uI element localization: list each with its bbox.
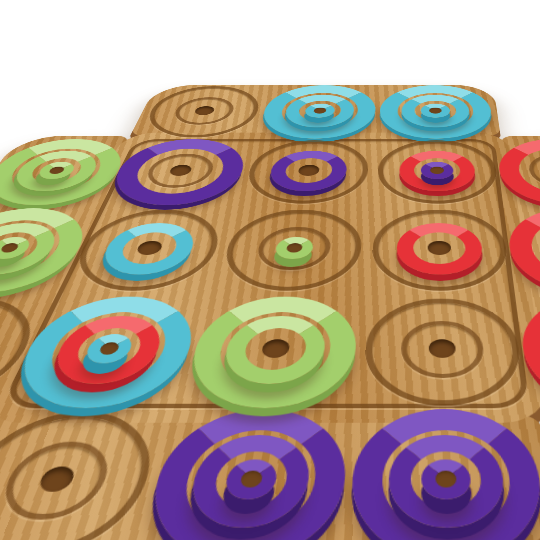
- well-blue-tray-2: [254, 84, 380, 140]
- well-blue-tray-3: [375, 84, 497, 140]
- photo-background: [0, 0, 540, 540]
- well-centre-r3c3: [354, 295, 534, 411]
- well-centre-r3c2: [174, 295, 363, 411]
- otrio-board: [0, 81, 540, 540]
- well-centre-hole: [429, 339, 456, 358]
- well-centre-r1c2: [234, 138, 375, 207]
- ring-blue-small: [421, 104, 451, 118]
- well-purple-tray-3: [342, 406, 540, 540]
- well-centre-r2c2: [208, 207, 370, 295]
- ring-purple-small: [421, 162, 454, 179]
- well-centre-r1c3: [370, 138, 506, 207]
- well-centre-r2c3: [363, 207, 518, 295]
